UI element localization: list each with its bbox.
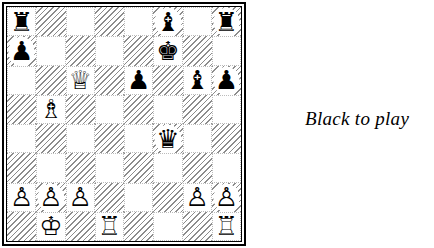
square-a2: ♙ [7,183,36,212]
square-d3 [95,153,124,182]
square-g1 [183,212,212,241]
square-e5 [124,95,153,124]
piece-white-king: ♔ [36,212,65,241]
square-d6 [95,66,124,95]
piece-white-rook: ♖ [95,212,124,241]
piece-white-pawn: ♙ [212,183,241,212]
square-g5 [183,95,212,124]
square-g6: ♝ [183,66,212,95]
square-g2: ♙ [183,183,212,212]
square-b7 [36,36,65,65]
square-e6: ♟ [124,66,153,95]
square-d2 [95,183,124,212]
square-h8: ♜ [212,7,241,36]
square-d1: ♖ [95,212,124,241]
square-c6: ♕ [66,66,95,95]
square-f2 [153,183,182,212]
square-b1: ♔ [36,212,65,241]
square-b2: ♙ [36,183,65,212]
square-c2: ♙ [66,183,95,212]
square-h3 [212,153,241,182]
square-f8: ♝ [153,7,182,36]
square-b5: ♗ [36,95,65,124]
piece-white-pawn: ♙ [36,183,65,212]
square-h5 [212,95,241,124]
square-c1 [66,212,95,241]
square-h1: ♖ [212,212,241,241]
square-b3 [36,153,65,182]
square-d5 [95,95,124,124]
square-a6 [7,66,36,95]
square-f1 [153,212,182,241]
square-h6: ♟ [212,66,241,95]
piece-white-pawn: ♙ [7,183,36,212]
piece-white-queen: ♕ [66,66,95,95]
piece-black-rook: ♜ [7,7,36,36]
square-g4 [183,124,212,153]
square-a3 [7,153,36,182]
square-c8 [66,7,95,36]
square-f3 [153,153,182,182]
chess-board-grid: ♜♝♜♟♚♕♟♝♟♗♛♙♙♙♙♙♔♖♖ [6,6,242,242]
piece-white-bishop: ♗ [36,95,65,124]
square-f7: ♚ [153,36,182,65]
square-h7 [212,36,241,65]
square-c7 [66,36,95,65]
piece-black-pawn: ♟ [7,36,36,65]
square-a4 [7,124,36,153]
square-g8 [183,7,212,36]
square-e4 [124,124,153,153]
square-c3 [66,153,95,182]
piece-white-rook: ♖ [212,212,241,241]
square-b8 [36,7,65,36]
square-c5 [66,95,95,124]
square-d7 [95,36,124,65]
square-d8 [95,7,124,36]
chess-board: ♜♝♜♟♚♕♟♝♟♗♛♙♙♙♙♙♔♖♖ [2,2,246,246]
piece-black-bishop: ♝ [153,7,182,36]
square-e3 [124,153,153,182]
side-to-move-caption: Black to play [305,108,409,130]
square-a1 [7,212,36,241]
square-g3 [183,153,212,182]
square-f5 [153,95,182,124]
square-e7 [124,36,153,65]
square-f4: ♛ [153,124,182,153]
square-h4 [212,124,241,153]
square-d4 [95,124,124,153]
square-h2: ♙ [212,183,241,212]
square-c4 [66,124,95,153]
piece-black-pawn: ♟ [124,66,153,95]
square-f6 [153,66,182,95]
square-a8: ♜ [7,7,36,36]
piece-black-pawn: ♟ [212,66,241,95]
square-a5 [7,95,36,124]
piece-black-bishop: ♝ [183,66,212,95]
piece-black-queen: ♛ [153,124,182,153]
square-b4 [36,124,65,153]
piece-black-king: ♚ [153,36,182,65]
piece-black-rook: ♜ [212,7,241,36]
square-g7 [183,36,212,65]
piece-white-pawn: ♙ [183,183,212,212]
piece-white-pawn: ♙ [66,183,95,212]
square-e8 [124,7,153,36]
square-e2 [124,183,153,212]
square-b6 [36,66,65,95]
square-e1 [124,212,153,241]
square-a7: ♟ [7,36,36,65]
